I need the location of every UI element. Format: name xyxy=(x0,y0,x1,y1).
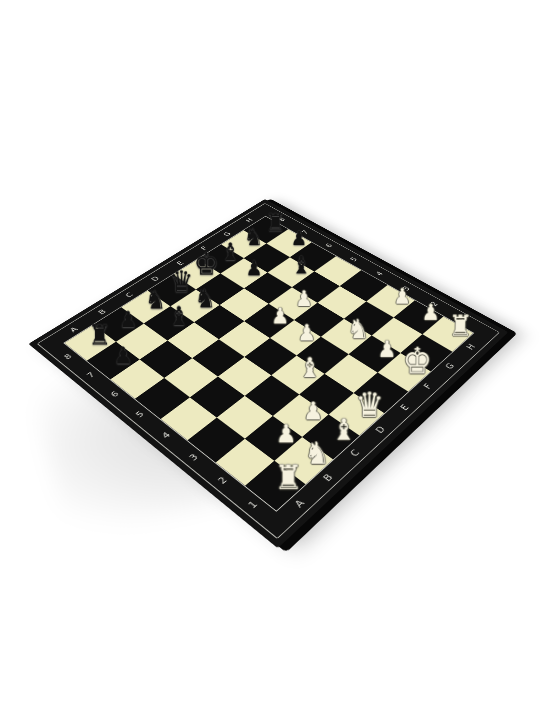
board-grid: ♜♟♞♛♚♝♞♜♟♝♞♟♟♝♟♟♟♝♞♟♟♟♟♟♜♞♝♛♚♜ xyxy=(64,217,473,511)
piece-white-bishop-c1[interactable]: ♝ xyxy=(332,416,356,445)
piece-white-knight-b1[interactable]: ♞ xyxy=(304,438,329,469)
piece-white-rook-a1[interactable]: ♜ xyxy=(274,461,302,495)
piece-white-bishop-d3[interactable]: ♝ xyxy=(298,355,320,382)
piece-black-rook-h8[interactable]: ♜ xyxy=(265,210,285,235)
square-b6[interactable] xyxy=(140,340,193,377)
piece-white-pawn-f2[interactable]: ♟ xyxy=(377,338,396,361)
piece-white-rook-h1[interactable]: ♜ xyxy=(448,312,472,341)
piece-black-pawn-a7[interactable]: ♟ xyxy=(113,344,132,367)
chess-board: ABCDEFGH ABCDEFGH 87654321 87654321 ♜♟♞♛… xyxy=(28,199,508,548)
piece-black-pawn-f7[interactable]: ♟ xyxy=(245,258,262,279)
perspective-scene: ABCDEFGH ABCDEFGH 87654321 87654321 ♜♟♞♛… xyxy=(0,0,540,720)
piece-black-king-e8[interactable]: ♚ xyxy=(193,249,218,280)
piece-black-bishop-g6[interactable]: ♝ xyxy=(291,254,311,278)
piece-black-queen-d8[interactable]: ♛ xyxy=(169,267,193,296)
piece-white-pawn-b2[interactable]: ♟ xyxy=(276,422,297,447)
piece-black-knight-c8[interactable]: ♞ xyxy=(144,287,166,313)
piece-white-pawn-e4[interactable]: ♟ xyxy=(297,322,315,344)
piece-white-pawn-h2[interactable]: ♟ xyxy=(421,302,439,324)
piece-black-knight-g8[interactable]: ♞ xyxy=(243,225,263,249)
piece-white-knight-f3[interactable]: ♞ xyxy=(347,316,369,343)
piece-white-pawn-f5[interactable]: ♟ xyxy=(295,288,313,310)
piece-white-pawn-h3[interactable]: ♟ xyxy=(393,286,411,308)
piece-black-pawn-h7[interactable]: ♟ xyxy=(291,228,307,248)
piece-white-pawn-c2[interactable]: ♟ xyxy=(303,399,323,423)
piece-white-pawn-e5[interactable]: ♟ xyxy=(271,305,289,327)
piece-white-queen-d1[interactable]: ♛ xyxy=(355,388,384,423)
piece-black-knight-d7[interactable]: ♞ xyxy=(194,286,215,312)
piece-white-king-f1[interactable]: ♚ xyxy=(402,343,432,379)
piece-black-rook-a8[interactable]: ♜ xyxy=(88,321,111,349)
piece-black-bishop-f8[interactable]: ♝ xyxy=(220,241,239,265)
piece-black-bishop-c7[interactable]: ♝ xyxy=(168,304,189,330)
product-photo-stage: ABCDEFGH ABCDEFGH 87654321 87654321 ♜♟♞♛… xyxy=(0,0,540,720)
piece-black-pawn-b8[interactable]: ♟ xyxy=(119,309,137,331)
